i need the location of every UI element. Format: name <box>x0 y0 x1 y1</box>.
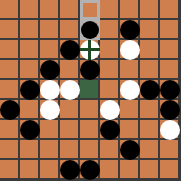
black-stone <box>60 40 80 60</box>
cell-r5c4[interactable] <box>80 100 100 120</box>
cell-r1c3[interactable] <box>60 20 80 40</box>
black-stone <box>20 80 40 100</box>
cell-r2c7[interactable] <box>140 40 160 60</box>
cross-mark-icon <box>80 48 100 51</box>
cell-r2c8[interactable] <box>160 40 180 60</box>
cell-r7c7[interactable] <box>140 140 160 160</box>
cell-r0c6[interactable] <box>120 0 140 20</box>
cell-r1c0[interactable] <box>0 20 20 40</box>
cell-r5c7[interactable] <box>140 100 160 120</box>
black-stone <box>60 160 80 180</box>
cell-r2c2[interactable] <box>40 40 60 60</box>
cell-r7c2[interactable] <box>40 140 60 160</box>
cell-r0c0[interactable] <box>0 0 20 20</box>
cell-r4c8[interactable] <box>160 80 180 100</box>
white-stone <box>100 100 120 120</box>
cell-r7c6[interactable] <box>120 140 140 160</box>
cell-r6c3[interactable] <box>60 120 80 140</box>
cell-r7c1[interactable] <box>20 140 40 160</box>
black-stone <box>81 21 99 39</box>
cell-r3c6[interactable] <box>120 60 140 80</box>
black-stone <box>160 80 180 100</box>
cell-r6c4[interactable] <box>80 120 100 140</box>
cell-r1c8[interactable] <box>160 20 180 40</box>
cell-r0c7[interactable] <box>140 0 160 20</box>
cell-r0c8[interactable] <box>160 0 180 20</box>
cell-r6c1[interactable] <box>20 120 40 140</box>
cell-r8c1[interactable] <box>20 160 40 180</box>
cell-r8c6[interactable] <box>120 160 140 180</box>
cell-r1c4[interactable] <box>80 20 100 40</box>
cell-r4c2[interactable] <box>40 80 60 100</box>
cell-r2c6[interactable] <box>120 40 140 60</box>
white-stone <box>60 80 80 100</box>
cell-r5c1[interactable] <box>20 100 40 120</box>
cell-r2c0[interactable] <box>0 40 20 60</box>
cell-r6c0[interactable] <box>0 120 20 140</box>
cell-r3c7[interactable] <box>140 60 160 80</box>
cell-r8c8[interactable] <box>160 160 180 180</box>
cell-r6c5[interactable] <box>100 120 120 140</box>
cell-r3c8[interactable] <box>160 60 180 80</box>
cell-r7c5[interactable] <box>100 140 120 160</box>
cell-r8c7[interactable] <box>140 160 160 180</box>
cell-r8c4[interactable] <box>80 160 100 180</box>
cell-r0c1[interactable] <box>20 0 40 20</box>
cell-r3c1[interactable] <box>20 60 40 80</box>
black-stone <box>0 100 20 120</box>
white-stone <box>120 40 140 60</box>
black-stone <box>20 120 40 140</box>
green-square-marker[interactable] <box>80 80 100 100</box>
cell-r2c3[interactable] <box>60 40 80 60</box>
cell-r1c6[interactable] <box>120 20 140 40</box>
cell-r4c3[interactable] <box>60 80 80 100</box>
cell-r2c5[interactable] <box>100 40 120 60</box>
black-stone <box>80 160 100 180</box>
black-stone <box>40 60 60 80</box>
black-stone <box>100 120 120 140</box>
cell-r1c7[interactable] <box>140 20 160 40</box>
cell-r4c6[interactable] <box>120 80 140 100</box>
cell-r6c8[interactable] <box>160 120 180 140</box>
cell-r7c0[interactable] <box>0 140 20 160</box>
cell-r1c2[interactable] <box>40 20 60 40</box>
black-stone <box>160 100 180 120</box>
white-stone <box>40 80 60 100</box>
cell-r1c5[interactable] <box>100 20 120 40</box>
cell-r8c2[interactable] <box>40 160 60 180</box>
cell-r2c1[interactable] <box>20 40 40 60</box>
cell-r4c7[interactable] <box>140 80 160 100</box>
black-stone <box>80 60 100 80</box>
cell-r0c4[interactable] <box>80 0 100 20</box>
cell-r5c0[interactable] <box>0 100 20 120</box>
black-stone <box>120 140 140 160</box>
black-stone <box>140 80 160 100</box>
cell-r5c3[interactable] <box>60 100 80 120</box>
cell-r5c6[interactable] <box>120 100 140 120</box>
cell-r3c3[interactable] <box>60 60 80 80</box>
cell-r6c2[interactable] <box>40 120 60 140</box>
cell-r6c7[interactable] <box>140 120 160 140</box>
cell-r1c1[interactable] <box>20 20 40 40</box>
cell-r5c8[interactable] <box>160 100 180 120</box>
cell-r6c6[interactable] <box>120 120 140 140</box>
cell-r7c8[interactable] <box>160 140 180 160</box>
cell-r7c3[interactable] <box>60 140 80 160</box>
black-stone <box>120 20 140 40</box>
cell-r8c5[interactable] <box>100 160 120 180</box>
white-stone <box>160 120 180 140</box>
cell-r0c3[interactable] <box>60 0 80 20</box>
cell-r5c2[interactable] <box>40 100 60 120</box>
cell-r8c0[interactable] <box>0 160 20 180</box>
cell-r4c0[interactable] <box>0 80 20 100</box>
cell-r3c4[interactable] <box>80 60 100 80</box>
cell-r3c2[interactable] <box>40 60 60 80</box>
cell-r4c1[interactable] <box>20 80 40 100</box>
cell-r3c0[interactable] <box>0 60 20 80</box>
cell-r4c5[interactable] <box>100 80 120 100</box>
cell-r3c5[interactable] <box>100 60 120 80</box>
cell-r0c2[interactable] <box>40 0 60 20</box>
game-board <box>0 0 181 181</box>
cell-r5c5[interactable] <box>100 100 120 120</box>
white-stone <box>120 80 140 100</box>
white-stone <box>40 100 60 120</box>
cell-r2c4[interactable] <box>80 40 100 60</box>
cell-r0c5[interactable] <box>100 0 120 20</box>
cell-r7c4[interactable] <box>80 140 100 160</box>
cell-r8c3[interactable] <box>60 160 80 180</box>
